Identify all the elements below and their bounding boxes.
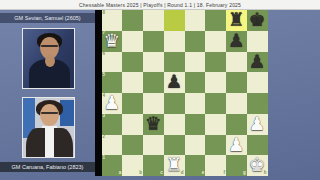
square-c8[interactable] xyxy=(143,10,164,31)
square-f1[interactable]: f xyxy=(205,155,226,176)
white-pawn-h3: ♟ xyxy=(247,114,268,135)
square-c2[interactable] xyxy=(143,135,164,156)
avatar-jacket xyxy=(26,128,45,158)
square-f2[interactable] xyxy=(205,135,226,156)
rank-label-6: 6 xyxy=(103,52,106,57)
square-g8[interactable]: ♜ xyxy=(226,10,247,31)
rank-label-7: 7 xyxy=(103,31,106,36)
square-d5[interactable]: ♟ xyxy=(164,72,185,93)
file-label-g: g xyxy=(243,171,246,176)
player-name-top-label: GM Sevian, Samuel (2605) xyxy=(14,15,80,21)
avatar-glasses xyxy=(41,112,58,114)
avatar-jacket xyxy=(54,128,73,158)
square-b2[interactable] xyxy=(122,135,143,156)
square-c3[interactable]: ♛ xyxy=(143,114,164,135)
player-name-bottom: GM Caruana, Fabiano (2823) xyxy=(0,162,95,172)
square-a1[interactable]: 1a xyxy=(102,155,123,176)
square-c1[interactable]: c xyxy=(143,155,164,176)
square-a3[interactable]: 3 xyxy=(102,114,123,135)
black-king-h8: ♚ xyxy=(247,10,268,31)
square-b4[interactable] xyxy=(122,93,143,114)
file-label-d: d xyxy=(181,171,184,176)
square-d7[interactable] xyxy=(164,31,185,52)
square-e5[interactable] xyxy=(185,72,206,93)
player-photo-top xyxy=(22,28,75,89)
file-label-b: b xyxy=(139,171,142,176)
rank-label-3: 3 xyxy=(103,114,106,119)
square-h6[interactable]: ♟ xyxy=(247,52,268,73)
square-d6[interactable] xyxy=(164,52,185,73)
file-label-h: h xyxy=(264,171,267,176)
event-title: Chessable Masters 2025 | Playoffs | Roun… xyxy=(79,2,241,8)
square-e2[interactable] xyxy=(185,135,206,156)
square-h2[interactable] xyxy=(247,135,268,156)
file-label-e: e xyxy=(202,171,205,176)
square-a7[interactable]: 7♛ xyxy=(102,31,123,52)
avatar-hand xyxy=(45,55,55,67)
square-f5[interactable] xyxy=(205,72,226,93)
square-b5[interactable] xyxy=(122,72,143,93)
square-b3[interactable] xyxy=(122,114,143,135)
square-e1[interactable]: e xyxy=(185,155,206,176)
backdrop-panel xyxy=(60,100,74,126)
square-a8[interactable]: 8 xyxy=(102,10,123,31)
black-pawn-d5: ♟ xyxy=(164,72,185,93)
square-f7[interactable] xyxy=(205,31,226,52)
square-d3[interactable] xyxy=(164,114,185,135)
square-h1[interactable]: h♚ xyxy=(247,155,268,176)
avatar-face xyxy=(40,104,59,126)
square-d8[interactable] xyxy=(164,10,185,31)
square-c7[interactable] xyxy=(143,31,164,52)
square-h4[interactable] xyxy=(247,93,268,114)
file-label-f: f xyxy=(224,171,226,176)
square-h7[interactable] xyxy=(247,31,268,52)
file-label-c: c xyxy=(160,171,163,176)
rank-label-2: 2 xyxy=(103,135,106,140)
square-a4[interactable]: 4♟ xyxy=(102,93,123,114)
square-g4[interactable] xyxy=(226,93,247,114)
square-e8[interactable] xyxy=(185,10,206,31)
event-header-bar: Chessable Masters 2025 | Playoffs | Roun… xyxy=(0,0,320,10)
broadcast-frame: Chessable Masters 2025 | Playoffs | Roun… xyxy=(0,0,320,180)
square-g7[interactable]: ♟ xyxy=(226,31,247,52)
rank-label-1: 1 xyxy=(103,156,106,161)
white-pawn-g2: ♟ xyxy=(226,135,247,156)
player-photo-bottom xyxy=(22,97,75,158)
square-e3[interactable] xyxy=(185,114,206,135)
file-label-a: a xyxy=(119,171,122,176)
square-e7[interactable] xyxy=(185,31,206,52)
square-f4[interactable] xyxy=(205,93,226,114)
square-e6[interactable] xyxy=(185,52,206,73)
player-name-top: GM Sevian, Samuel (2605) xyxy=(0,13,95,23)
square-g5[interactable] xyxy=(226,72,247,93)
black-rook-g8: ♜ xyxy=(226,10,247,31)
square-c5[interactable] xyxy=(143,72,164,93)
square-d4[interactable] xyxy=(164,93,185,114)
square-h8[interactable]: ♚ xyxy=(247,10,268,31)
player-name-bottom-label: GM Caruana, Fabiano (2823) xyxy=(12,164,84,170)
avatar-glasses xyxy=(41,45,58,47)
square-b1[interactable]: b xyxy=(122,155,143,176)
square-a2[interactable]: 2 xyxy=(102,135,123,156)
square-f3[interactable] xyxy=(205,114,226,135)
chess-board: 8♜♚7♛♟6♟5♟4♟3♛♟2♟1abcd♜efgh♚ xyxy=(102,10,268,176)
rank-label-8: 8 xyxy=(103,11,106,16)
square-a6[interactable]: 6 xyxy=(102,52,123,73)
square-d2[interactable] xyxy=(164,135,185,156)
square-g2[interactable]: ♟ xyxy=(226,135,247,156)
square-b6[interactable] xyxy=(122,52,143,73)
square-c4[interactable] xyxy=(143,93,164,114)
rank-label-4: 4 xyxy=(103,94,106,99)
black-pawn-h6: ♟ xyxy=(247,52,268,73)
rank-label-5: 5 xyxy=(103,73,106,78)
square-b8[interactable] xyxy=(122,10,143,31)
square-b7[interactable] xyxy=(122,31,143,52)
square-h5[interactable] xyxy=(247,72,268,93)
black-queen-c3: ♛ xyxy=(143,114,164,135)
square-h3[interactable]: ♟ xyxy=(247,114,268,135)
square-g6[interactable] xyxy=(226,52,247,73)
square-a5[interactable]: 5 xyxy=(102,72,123,93)
black-pawn-g7: ♟ xyxy=(226,31,247,52)
square-f8[interactable] xyxy=(205,10,226,31)
square-e4[interactable] xyxy=(185,93,206,114)
square-g1[interactable]: g xyxy=(226,155,247,176)
square-c6[interactable] xyxy=(143,52,164,73)
square-g3[interactable] xyxy=(226,114,247,135)
square-f6[interactable] xyxy=(205,52,226,73)
square-d1[interactable]: d♜ xyxy=(164,155,185,176)
